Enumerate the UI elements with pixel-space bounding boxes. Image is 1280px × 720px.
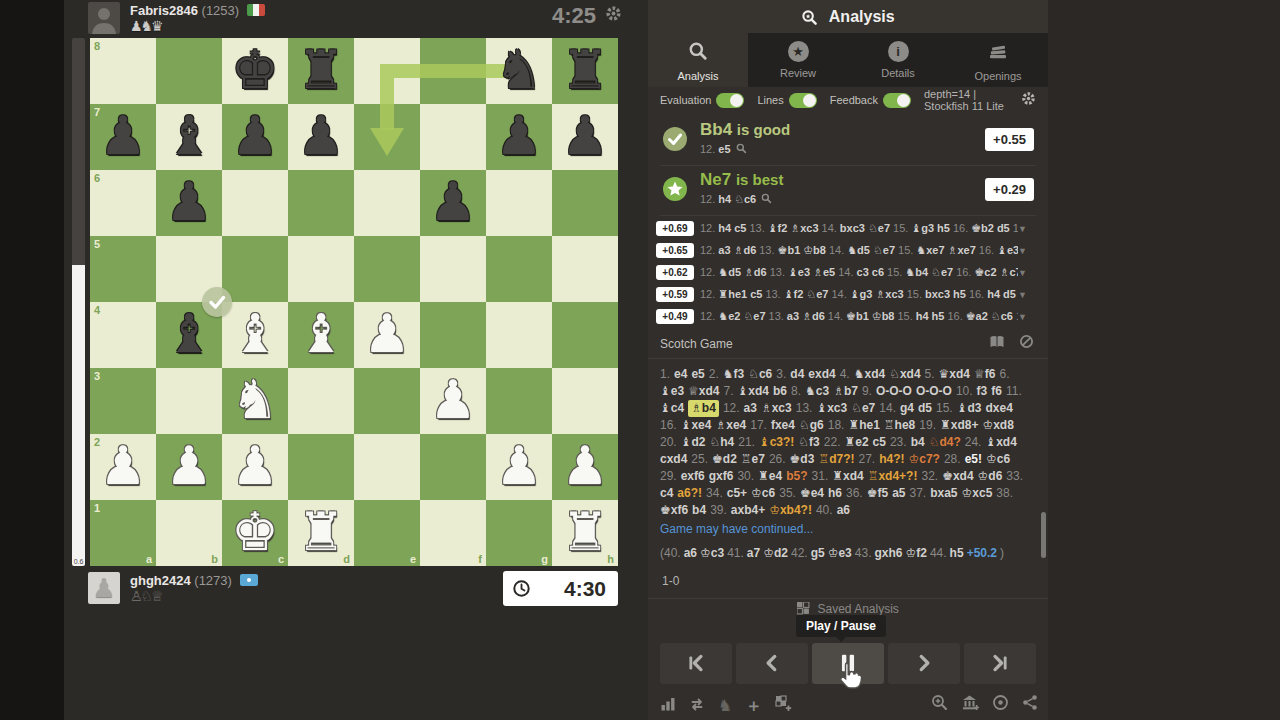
square-e1[interactable]: e <box>354 500 420 566</box>
file-label: d <box>343 553 350 565</box>
black-r-piece[interactable]: ♜ <box>552 38 618 104</box>
chevron-down-icon[interactable]: ▼ <box>1018 268 1027 278</box>
file-label: a <box>146 553 152 565</box>
black-p-piece[interactable]: ♟ <box>222 104 288 170</box>
evaluation-bar: 0.6 <box>72 38 85 566</box>
engine-line-5[interactable]: +0.4912.♞e2♘e713.a3♗d614.♚b1♔b815.h4h516… <box>656 307 1044 329</box>
square-g1[interactable]: g <box>486 500 552 566</box>
feedback-row-bb4[interactable]: Bb4 is good12.e5+0.55 <box>660 116 1036 165</box>
player-rating: (1273) <box>194 573 232 588</box>
rank-label: 8 <box>94 40 100 52</box>
bottom-clock-time: 4:30 <box>564 577 606 601</box>
opening-name[interactable]: Scotch Game <box>660 337 733 351</box>
square-g2[interactable]: ♟ <box>486 434 552 500</box>
chevron-down-icon[interactable]: ▼ <box>1018 312 1027 322</box>
game-continued-link[interactable]: Game may have continued... <box>660 522 813 536</box>
engine-line-4[interactable]: +0.5912.♜he1c513.♝f2♘e714.♝g3♗xc315.bxc3… <box>656 285 1044 307</box>
scrollbar[interactable] <box>1041 512 1046 558</box>
toggle-switch[interactable] <box>883 93 911 108</box>
square-d8[interactable]: ♜ <box>288 38 354 104</box>
pawn-avatar-icon: ♟ <box>92 573 115 603</box>
line-eval-badge: +0.59 <box>656 287 694 302</box>
tab-openings[interactable]: Openings <box>948 33 1048 87</box>
square-d4[interactable]: ♝ <box>288 302 354 368</box>
square-a3[interactable]: 3 <box>90 368 156 434</box>
file-label: b <box>211 553 218 565</box>
best-move-star-icon <box>662 176 688 202</box>
square-d3[interactable] <box>288 368 354 434</box>
black-k-piece[interactable]: ♚ <box>222 38 288 104</box>
square-e6[interactable] <box>354 170 420 236</box>
square-d1[interactable]: d♜ <box>288 500 354 566</box>
app: Fabris2846 (1253) ♟♞♛ 4:25 0.6 8♚♜♞♜ <box>0 0 1280 720</box>
add-icon[interactable]: ＋ <box>745 694 762 717</box>
square-e7[interactable] <box>354 104 420 170</box>
no-entry-icon[interactable] <box>1019 334 1034 349</box>
square-b3[interactable] <box>156 368 222 434</box>
analysis-tools-left: ♞＋ <box>660 694 792 717</box>
engine-line-2[interactable]: +0.6512.a3♗d613.♚b1♔b814.♞d5♘e715.♞xe7♗x… <box>656 241 1044 263</box>
prev-move-button[interactable] <box>736 643 808 684</box>
line-eval-badge: +0.49 <box>656 309 694 324</box>
toggle-switch[interactable] <box>789 93 817 108</box>
square-c3[interactable]: ♞ <box>222 368 288 434</box>
chevron-down-icon[interactable]: ▼ <box>1018 290 1027 300</box>
square-b6[interactable]: ♟ <box>156 170 222 236</box>
move-list[interactable]: 1.e4e52.♞f3♘c63.d4exd44.♞xd4♘xd45.♛xd4♕f… <box>660 366 1032 516</box>
rank-label: 7 <box>94 106 100 118</box>
square-d5[interactable] <box>288 236 354 302</box>
chevron-down-icon[interactable]: ▼ <box>1018 224 1027 234</box>
saved-analysis-row[interactable]: Saved Analysis <box>648 602 1048 616</box>
square-g3[interactable] <box>486 368 552 434</box>
square-c8[interactable]: ♚ <box>222 38 288 104</box>
file-label: h <box>607 553 614 565</box>
square-h5[interactable] <box>552 236 618 302</box>
black-b-piece[interactable]: ♝ <box>156 104 222 170</box>
square-c1[interactable]: c♚ <box>222 500 288 566</box>
white-p-piece[interactable]: ♟ <box>156 434 222 500</box>
rank-label: 2 <box>94 436 100 448</box>
white-p-piece[interactable]: ♟ <box>486 434 552 500</box>
square-h2[interactable]: ♟ <box>552 434 618 500</box>
analysis-panel: Analysis Analysis★ReviewiDetailsOpenings… <box>648 0 1048 720</box>
square-g8[interactable]: ♞ <box>486 38 552 104</box>
square-b2[interactable]: ♟ <box>156 434 222 500</box>
white-p-piece[interactable]: ♟ <box>552 434 618 500</box>
divider <box>648 358 1048 359</box>
square-g5[interactable] <box>486 236 552 302</box>
feedback-line[interactable]: 12.e5 <box>700 143 747 155</box>
person-silhouette-icon <box>88 2 120 34</box>
knight-icon[interactable]: ♞ <box>718 696 732 715</box>
square-c6[interactable] <box>222 170 288 236</box>
square-b7[interactable]: ♝ <box>156 104 222 170</box>
rank-label: 1 <box>94 502 100 514</box>
tab-review[interactable]: ★Review <box>748 33 848 87</box>
continuation-line: (40.a6♔c341.a7♔d242.g5♔e343.gxh6♔f244.h5… <box>660 545 1040 561</box>
stats-icon[interactable] <box>660 696 676 716</box>
white-b-piece[interactable]: ♝ <box>288 302 354 368</box>
magnifier-icon <box>801 9 818 26</box>
captured-pieces: ♙♘♕ <box>130 588 162 604</box>
engine-settings-gear-icon[interactable] <box>1021 91 1036 110</box>
file-label: c <box>278 553 284 565</box>
bank-icon[interactable] <box>961 694 979 715</box>
book-icon[interactable] <box>989 335 1005 349</box>
white-p-piece[interactable]: ♟ <box>420 368 486 434</box>
play-pause-tooltip: Play / Pause <box>796 615 886 637</box>
square-d2[interactable] <box>288 434 354 500</box>
square-a6[interactable]: 6 <box>90 170 156 236</box>
square-e5[interactable] <box>354 236 420 302</box>
board-add-icon[interactable] <box>775 695 792 716</box>
tab-details[interactable]: iDetails <box>848 33 948 87</box>
square-h1[interactable]: h♜ <box>552 500 618 566</box>
clock-icon <box>512 579 531 598</box>
square-e8[interactable] <box>354 38 420 104</box>
square-d6[interactable] <box>288 170 354 236</box>
chevron-down-icon[interactable]: ▼ <box>1018 246 1027 256</box>
opening-row: Scotch Game <box>660 334 1036 356</box>
feedback-row-ne7[interactable]: Ne7 is best12.h4♘c6+0.29 <box>660 166 1036 215</box>
line-eval-badge: +0.69 <box>656 221 694 236</box>
saved-analysis-icon <box>797 602 810 615</box>
toggle-feedback[interactable]: Feedback <box>830 93 911 108</box>
black-p-piece[interactable]: ♟ <box>552 104 618 170</box>
square-a7[interactable]: 7♟ <box>90 104 156 170</box>
black-p-piece[interactable]: ♟ <box>486 104 552 170</box>
black-p-piece[interactable]: ♟ <box>420 170 486 236</box>
avatar[interactable] <box>88 2 120 34</box>
feedback-move: Bb4 is good <box>700 120 790 140</box>
square-d7[interactable]: ♟ <box>288 104 354 170</box>
line-eval-badge: +0.62 <box>656 265 694 280</box>
square-a4[interactable]: 4 <box>90 302 156 368</box>
rank-label: 6 <box>94 172 100 184</box>
next-move-button[interactable] <box>888 643 960 684</box>
white-n-piece[interactable]: ♞ <box>222 368 288 434</box>
square-g4[interactable] <box>486 302 552 368</box>
square-b8[interactable] <box>156 38 222 104</box>
evaluation-bar-label: 0.6 <box>72 558 85 565</box>
divider <box>648 598 1048 599</box>
panel-title: Analysis <box>829 8 895 25</box>
left-gutter <box>0 0 64 720</box>
toggle-lines[interactable]: Lines <box>757 93 816 108</box>
white-p-piece[interactable]: ♟ <box>354 302 420 368</box>
disc-icon[interactable] <box>992 694 1009 715</box>
captured-pieces: ♟♞♛ <box>130 18 162 34</box>
last-move-button[interactable] <box>964 643 1036 684</box>
square-a2[interactable]: 2♟ <box>90 434 156 500</box>
player-name-row: ghgh2424 (1273) <box>130 573 258 588</box>
square-h4[interactable] <box>552 302 618 368</box>
feedback-line[interactable]: 12.h4♘c6 <box>700 193 772 206</box>
feedback-move: Ne7 is best <box>700 170 783 190</box>
black-n-piece[interactable]: ♞ <box>486 38 552 104</box>
black-p-piece[interactable]: ♟ <box>288 104 354 170</box>
black-r-piece[interactable]: ♜ <box>288 38 354 104</box>
italy-flag-icon <box>247 4 265 16</box>
toggles-row: EvaluationLinesFeedbackdepth=14 | Stockf… <box>660 87 1036 113</box>
line-eval-badge: +0.65 <box>656 243 694 258</box>
chess-board[interactable]: 8♚♜♞♜7♟♝♟♟♟♟6♟♟54♝♝♝♟3♞♟2♟♟♟♟♟1abc♚d♜efg… <box>90 38 618 566</box>
check-icon <box>202 287 232 317</box>
square-a1[interactable]: 1a <box>90 500 156 566</box>
bottom-player-bar: ♟ ghgh2424 (1273) ♙♘♕ 4:30 <box>88 571 618 607</box>
panel-title-bar: Analysis <box>648 0 1048 33</box>
white-p-piece[interactable]: ♟ <box>222 434 288 500</box>
eval-badge: +0.29 <box>985 178 1034 201</box>
board-settings-gear-icon[interactable] <box>605 5 622 26</box>
repeat-icon[interactable] <box>689 696 705 716</box>
engine-line-1[interactable]: +0.6912.h4c513.♝f2♗xc314.bxc3♘e715.♝g3h5… <box>656 219 1044 241</box>
square-a5[interactable]: 5 <box>90 236 156 302</box>
square-e2[interactable] <box>354 434 420 500</box>
square-f3[interactable]: ♟ <box>420 368 486 434</box>
rank-label: 3 <box>94 370 100 382</box>
square-f6[interactable]: ♟ <box>420 170 486 236</box>
player-rating: (1253) <box>202 3 240 18</box>
player-name-row: Fabris2846 (1253) <box>130 3 265 18</box>
square-f8[interactable] <box>420 38 486 104</box>
square-e3[interactable] <box>354 368 420 434</box>
square-c2[interactable]: ♟ <box>222 434 288 500</box>
square-a8[interactable]: 8 <box>90 38 156 104</box>
zoom-plus-icon[interactable] <box>931 694 948 715</box>
engine-info: depth=14 | Stockfish 11 Lite <box>924 88 1015 112</box>
rank-label: 4 <box>94 304 100 316</box>
player-name[interactable]: Fabris2846 <box>130 3 198 18</box>
engine-line-3[interactable]: +0.6212.♞d5♗d613.♝e3♗e514.c3c615.♞b4♘e71… <box>656 263 1044 285</box>
square-g7[interactable]: ♟ <box>486 104 552 170</box>
first-move-button[interactable] <box>660 643 732 684</box>
file-label: e <box>410 553 416 565</box>
square-g6[interactable] <box>486 170 552 236</box>
avatar[interactable]: ♟ <box>88 572 120 604</box>
square-f5[interactable] <box>420 236 486 302</box>
rank-label: 5 <box>94 238 100 250</box>
square-h3[interactable] <box>552 368 618 434</box>
share-icon[interactable] <box>1022 694 1038 715</box>
square-h7[interactable]: ♟ <box>552 104 618 170</box>
square-e4[interactable]: ♟ <box>354 302 420 368</box>
file-label: f <box>478 553 482 565</box>
bottom-clock: 4:30 <box>503 571 618 606</box>
square-b1[interactable]: b <box>156 500 222 566</box>
good-move-check-icon <box>662 126 688 152</box>
board-region: Fabris2846 (1253) ♟♞♛ 4:25 0.6 8♚♜♞♜ <box>64 0 648 720</box>
toggle-switch[interactable] <box>716 93 744 108</box>
black-p-piece[interactable]: ♟ <box>156 170 222 236</box>
square-f1[interactable]: f <box>420 500 486 566</box>
top-clock: 4:25 <box>552 3 596 29</box>
panel-tabs: Analysis★ReviewiDetailsOpenings <box>648 33 1048 87</box>
square-h8[interactable]: ♜ <box>552 38 618 104</box>
eval-badge: +0.55 <box>985 128 1034 151</box>
mouse-cursor <box>834 660 864 692</box>
game-result: 1-0 <box>662 574 679 588</box>
toggle-evaluation[interactable]: Evaluation <box>660 93 744 108</box>
top-player-bar: Fabris2846 (1253) ♟♞♛ 4:25 <box>88 1 618 37</box>
player-name[interactable]: ghgh2424 <box>130 573 191 588</box>
square-c7[interactable]: ♟ <box>222 104 288 170</box>
analysis-tools-right <box>931 694 1038 715</box>
country-flag-icon <box>240 574 258 586</box>
evaluation-bar-white <box>72 265 85 566</box>
square-h6[interactable] <box>552 170 618 236</box>
tab-analysis[interactable]: Analysis <box>648 33 748 87</box>
good-move-badge <box>202 287 232 317</box>
square-f7[interactable] <box>420 104 486 170</box>
square-f2[interactable] <box>420 434 486 500</box>
file-label: g <box>541 553 548 565</box>
square-f4[interactable] <box>420 302 486 368</box>
